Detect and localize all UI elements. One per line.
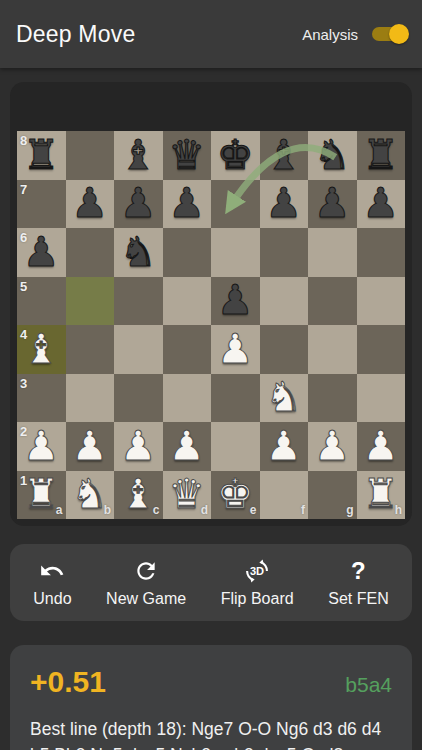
file-label: c <box>153 503 160 517</box>
board-square[interactable]: d♛ <box>163 471 212 520</box>
board-square[interactable] <box>260 228 309 277</box>
chess-piece: ♟ <box>66 180 115 229</box>
new-game-button[interactable]: New Game <box>106 557 186 608</box>
svg-text:3D: 3D <box>250 565 264 577</box>
board-square[interactable] <box>114 374 163 423</box>
board-square[interactable]: ♟ <box>163 422 212 471</box>
undo-icon <box>39 557 65 585</box>
board-square[interactable] <box>114 277 163 326</box>
board-square[interactable]: ♟ <box>357 422 406 471</box>
header-right: Analysis <box>302 24 406 44</box>
board-square[interactable] <box>211 374 260 423</box>
new-game-icon <box>133 557 159 585</box>
chess-piece: ♟ <box>163 180 212 229</box>
last-move: b5a4 <box>345 673 392 697</box>
flip-board-button[interactable]: 3D Flip Board <box>221 557 294 608</box>
board-square[interactable] <box>357 277 406 326</box>
rank-label: 5 <box>20 279 27 294</box>
board-square[interactable] <box>163 374 212 423</box>
board-square[interactable]: 2♟ <box>17 422 66 471</box>
board-square[interactable]: ♟ <box>211 277 260 326</box>
board-square[interactable]: ♟ <box>308 180 357 229</box>
board-square[interactable]: ♛ <box>163 131 212 180</box>
chess-piece: ♜ <box>357 131 406 180</box>
set-fen-icon: ? <box>351 557 366 585</box>
undo-label: Undo <box>33 590 71 608</box>
board-square[interactable]: ♝ <box>260 131 309 180</box>
evaluation-score: +0.51 <box>30 665 106 699</box>
set-fen-label: Set FEN <box>328 590 388 608</box>
board-square[interactable]: ♝ <box>114 131 163 180</box>
board-square[interactable] <box>163 277 212 326</box>
file-label: b <box>104 503 111 517</box>
chess-piece: ♟ <box>260 422 309 471</box>
chess-piece: ♟ <box>260 180 309 229</box>
board-square[interactable] <box>66 374 115 423</box>
board-square[interactable]: ♟ <box>66 422 115 471</box>
chess-piece: ♟ <box>211 277 260 326</box>
board-square[interactable]: ♟ <box>260 422 309 471</box>
set-fen-button[interactable]: ? Set FEN <box>328 557 388 608</box>
board-square[interactable]: h♜ <box>357 471 406 520</box>
chess-piece: ♞ <box>308 131 357 180</box>
board-square[interactable]: ♟ <box>357 180 406 229</box>
board-square[interactable]: ♞ <box>114 228 163 277</box>
file-label: g <box>346 503 353 517</box>
rank-label: 4 <box>20 327 27 342</box>
board-square[interactable]: ♟ <box>211 325 260 374</box>
flip-board-icon: 3D <box>243 557 271 585</box>
board-square[interactable]: ♟ <box>114 422 163 471</box>
page-title: Deep Move <box>16 21 135 48</box>
board-square[interactable] <box>211 228 260 277</box>
board-square[interactable] <box>357 374 406 423</box>
board-square[interactable]: f <box>260 471 309 520</box>
best-line-text: Best line (depth 18): Nge7 O-O Ng6 d3 d6… <box>30 716 392 750</box>
board-square[interactable] <box>260 277 309 326</box>
board-square[interactable] <box>357 228 406 277</box>
board-square[interactable]: 1a♜ <box>17 471 66 520</box>
toolbar: Undo New Game 3D Flip Board ? Set FEN <box>10 544 412 621</box>
board-square[interactable] <box>308 277 357 326</box>
chess-piece: ♟ <box>211 325 260 374</box>
board-square[interactable]: ♜ <box>357 131 406 180</box>
board-square[interactable]: c♝ <box>114 471 163 520</box>
file-label: d <box>201 503 208 517</box>
chess-piece: ♟ <box>114 180 163 229</box>
analysis-toggle[interactable] <box>372 24 406 44</box>
chess-piece: ♟ <box>308 422 357 471</box>
board-square[interactable] <box>260 325 309 374</box>
file-label: h <box>395 503 402 517</box>
board-square[interactable]: ♟ <box>163 180 212 229</box>
board-square[interactable]: 3 <box>17 374 66 423</box>
chess-piece: ♟ <box>66 422 115 471</box>
rank-label: 8 <box>20 133 27 148</box>
board-square[interactable] <box>357 325 406 374</box>
eval-row: +0.51 b5a4 <box>30 665 392 699</box>
board-square[interactable] <box>308 228 357 277</box>
rank-label: 1 <box>20 473 27 488</box>
rank-label: 2 <box>20 424 27 439</box>
board-square[interactable]: ♞ <box>308 131 357 180</box>
chess-piece: ♝ <box>260 131 309 180</box>
board-square[interactable] <box>211 180 260 229</box>
analysis-panel: +0.51 b5a4 Best line (depth 18): Nge7 O-… <box>10 645 412 750</box>
chess-piece: ♚ <box>211 131 260 180</box>
board-card: 8♜♝♛♚♝♞♜7♟♟♟♟♟♟6♟♞5♟4♝♟3♞2♟♟♟♟♟♟♟1a♜b♞c♝… <box>10 82 412 526</box>
board-square[interactable]: b♞ <box>66 471 115 520</box>
chess-piece: ♟ <box>163 422 212 471</box>
rank-label: 7 <box>20 182 27 197</box>
rank-label: 6 <box>20 230 27 245</box>
board-square[interactable]: ♟ <box>260 180 309 229</box>
toggle-knob-icon <box>389 24 409 44</box>
board-square[interactable] <box>114 325 163 374</box>
chess-piece: ♞ <box>260 374 309 423</box>
board-square[interactable] <box>66 131 115 180</box>
board-square[interactable]: ♟ <box>66 180 115 229</box>
board-square[interactable] <box>163 325 212 374</box>
rank-label: 3 <box>20 376 27 391</box>
board-square[interactable]: 7 <box>17 180 66 229</box>
new-game-label: New Game <box>106 590 186 608</box>
board-square[interactable]: 4♝ <box>17 325 66 374</box>
file-label: e <box>250 503 257 517</box>
chess-piece: ♞ <box>114 228 163 277</box>
chess-piece: ♝ <box>114 131 163 180</box>
board-square[interactable]: ♟ <box>114 180 163 229</box>
board-square[interactable]: ♟ <box>308 422 357 471</box>
board-square[interactable] <box>308 325 357 374</box>
file-label: f <box>301 503 305 517</box>
chess-piece: ♛ <box>163 131 212 180</box>
analysis-toggle-label: Analysis <box>302 26 358 43</box>
flip-board-label: Flip Board <box>221 590 294 608</box>
board-square[interactable]: 6♟ <box>17 228 66 277</box>
board-square[interactable]: 5 <box>17 277 66 326</box>
undo-button[interactable]: Undo <box>33 557 71 608</box>
chess-piece: ♟ <box>357 422 406 471</box>
file-label: a <box>56 503 63 517</box>
chess-piece: ♟ <box>357 180 406 229</box>
board-square[interactable]: 8♜ <box>17 131 66 180</box>
board-square[interactable] <box>308 374 357 423</box>
board-square[interactable]: ♚ <box>211 131 260 180</box>
board-square[interactable] <box>163 228 212 277</box>
board-square[interactable] <box>66 277 115 326</box>
app-header: Deep Move Analysis <box>0 0 422 68</box>
chess-piece: ♟ <box>308 180 357 229</box>
board-square[interactable]: e♚ <box>211 471 260 520</box>
chess-piece: ♟ <box>114 422 163 471</box>
board-square[interactable]: g <box>308 471 357 520</box>
board-square[interactable] <box>66 325 115 374</box>
board-square[interactable]: ♞ <box>260 374 309 423</box>
chess-board: 8♜♝♛♚♝♞♜7♟♟♟♟♟♟6♟♞5♟4♝♟3♞2♟♟♟♟♟♟♟1a♜b♞c♝… <box>17 131 405 519</box>
board-square[interactable] <box>66 228 115 277</box>
board-square[interactable] <box>211 422 260 471</box>
